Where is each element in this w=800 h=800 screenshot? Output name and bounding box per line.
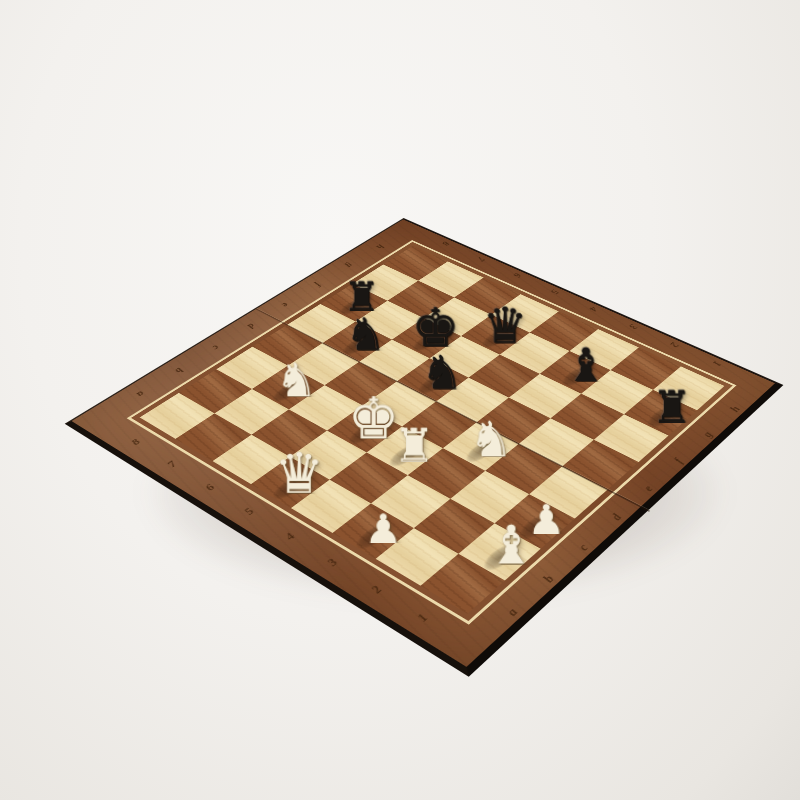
white-bishop-b1: ♝	[481, 503, 540, 571]
rank-label-6-left: 6	[196, 479, 223, 497]
cell-d3: ♞	[437, 425, 513, 474]
knight-glyph: ♞	[469, 417, 513, 464]
rank-label-1-left: 1	[408, 607, 438, 629]
rank-label-8-left: 8	[122, 434, 149, 451]
rank-label-3-right: 3	[621, 320, 644, 334]
file-label-f-far: f	[307, 279, 330, 292]
file-label-c-far: c	[204, 341, 228, 355]
white-rook-c4: ♜	[387, 405, 442, 468]
file-label-b-far: b	[167, 363, 192, 378]
file-label-a-near: a	[497, 601, 527, 623]
white-queen-a5: ♛	[271, 436, 327, 501]
file-label-c-near: c	[569, 538, 597, 558]
file-label-e-far: e	[274, 298, 297, 311]
rank-label-1-right: 1	[705, 356, 729, 371]
rank-label-5-right: 5	[543, 285, 566, 298]
rank-label-4-left: 4	[276, 527, 304, 546]
rank-label-4-right: 4	[582, 302, 605, 315]
rank-label-5-left: 5	[235, 502, 263, 521]
white-knight-d3: ♞	[464, 401, 518, 464]
rank-label-7-right: 7	[470, 253, 492, 265]
product-photo-scene: 1122334455667788aabbccddeeffgghh ♜♞♞♚♛♚♞…	[0, 0, 800, 800]
rook-glyph: ♜	[394, 424, 435, 468]
rank-label-7-left: 7	[159, 456, 186, 473]
bishop-glyph: ♝	[487, 521, 535, 572]
file-label-h-near: h	[723, 401, 748, 417]
rook-glyph: ♜	[652, 387, 692, 429]
rank-label-6-right: 6	[506, 269, 528, 281]
queen-glyph: ♛	[274, 447, 324, 500]
rank-label-2-left: 2	[362, 579, 391, 600]
file-label-g-near: g	[695, 426, 721, 442]
file-label-e-near: e	[635, 479, 662, 497]
file-label-d-far: d	[239, 319, 263, 333]
file-label-f-near: f	[665, 452, 691, 469]
rank-label-2-right: 2	[662, 338, 686, 352]
file-label-h-far: h	[369, 241, 391, 253]
white-pawn-a3: ♟	[354, 483, 412, 550]
chess-board: 1122334455667788aabbccddeeffgghh ♜♞♞♚♛♚♞…	[65, 218, 784, 677]
black-rook-g1: ♜	[646, 368, 699, 429]
file-label-d-near: d	[603, 508, 631, 527]
rank-label-3-left: 3	[318, 553, 347, 573]
file-label-b-near: b	[534, 569, 563, 590]
file-label-a-far: a	[128, 386, 153, 401]
rank-label-8-right: 8	[435, 238, 457, 250]
